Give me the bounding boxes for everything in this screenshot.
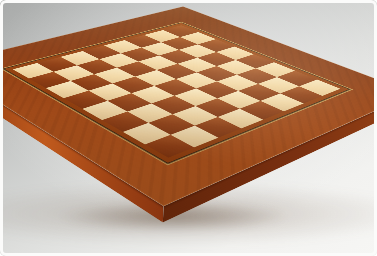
square-e4 [154,79,196,96]
square-g3 [173,106,218,126]
square-f2 [127,103,172,122]
square-h1 [145,135,194,158]
square-f3 [151,96,195,114]
square-d2 [89,83,132,100]
square-d3 [112,77,154,94]
square-b1 [29,72,71,88]
square-h4 [218,109,263,129]
square-e3 [131,86,174,104]
square-g6 [238,84,280,101]
square-c1 [46,81,89,98]
square-d1 [64,91,108,109]
product-photo [0,0,377,256]
square-h6 [260,93,303,111]
square-e1 [82,101,127,120]
square-h3 [195,117,241,138]
square-g1 [123,123,171,145]
square-f4 [174,88,217,106]
square-g4 [196,98,240,117]
square-g2 [148,114,194,135]
square-h7 [280,86,322,103]
square-g5 [217,91,260,109]
square-h5 [240,101,284,120]
square-c2 [71,74,113,90]
square-h2 [171,126,219,148]
square-f5 [196,81,238,98]
square-e2 [108,93,152,111]
square-f1 [102,112,148,132]
